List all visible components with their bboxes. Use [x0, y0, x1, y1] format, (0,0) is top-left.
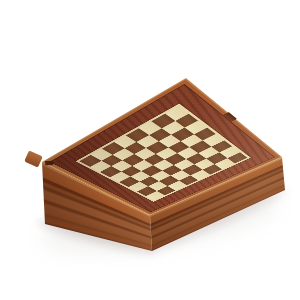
- latch-hole: [45, 161, 53, 165]
- latch-tab: [24, 150, 43, 167]
- product-photo-stage: [0, 0, 300, 300]
